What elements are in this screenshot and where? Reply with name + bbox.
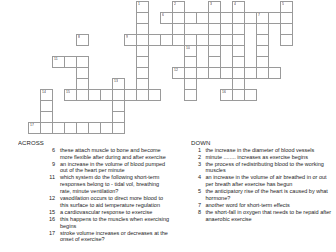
clue-number: 12: [13, 195, 60, 209]
clue-text: a cardiovascular response to exercise: [60, 209, 171, 216]
clue-text: another word for short-term effects: [206, 202, 336, 209]
down-header: DOWN: [191, 139, 336, 146]
worksheet: 1234567891011121314151617 ACROSS 6these …: [0, 0, 336, 252]
clue-text: these attach muscle to bone and become m…: [60, 147, 171, 161]
clue-text: stroke volume increases or decreases at …: [60, 229, 171, 243]
cell-number: 11: [54, 57, 58, 61]
grid-cell[interactable]: [112, 122, 125, 134]
cell-number: 8: [78, 35, 80, 39]
cell-number: 13: [114, 79, 118, 83]
grid-cell[interactable]: [244, 89, 257, 101]
cell-number: 9: [126, 35, 128, 39]
across-clue-item: 9an increase in the volume of blood pump…: [13, 160, 171, 174]
clue-text: minute ........ increases as exercise be…: [206, 153, 336, 160]
grid-cell[interactable]: [268, 67, 281, 79]
cell-number: 2: [174, 2, 176, 6]
down-clue-item: 4an increase in the volume of air breath…: [186, 174, 336, 188]
cell-number: 3: [210, 2, 212, 6]
cell-number: 4: [234, 2, 236, 6]
across-clue-list: 6these attach muscle to bone and become …: [13, 147, 171, 244]
clue-number: 11: [13, 174, 60, 195]
across-clue-item: 17stroke volume increases or decreases a…: [13, 229, 171, 243]
clue-number: 9: [13, 160, 60, 174]
clue-number: 16: [13, 215, 60, 229]
cell-number: 5: [282, 2, 284, 6]
clue-number: 6: [13, 147, 60, 161]
down-clue-item: 5the anticipatory rise of the heart is c…: [186, 188, 336, 202]
down-clue-item: 2minute ........ increases as exercise b…: [186, 153, 336, 160]
clue-number: 5: [186, 188, 206, 202]
down-clue-list: 1the increase in the diameter of blood v…: [186, 147, 336, 223]
clue-text: this happens to the muscles when exercis…: [60, 215, 171, 229]
clue-number: 17: [13, 229, 60, 243]
cell-number: 7: [258, 13, 260, 17]
cell-number: 14: [42, 90, 46, 94]
cell-number: 15: [66, 90, 70, 94]
clue-text: an increase in the volume of air breathe…: [206, 174, 336, 188]
down-clue-item: 3the process of redistributing blood to …: [186, 160, 336, 174]
clue-number: 3: [186, 160, 206, 174]
grid-cell[interactable]: [184, 89, 197, 101]
across-clue-item: 16this happens to the muscles when exerc…: [13, 215, 171, 229]
across-clue-item: 15a cardiovascular response to exercise: [13, 209, 171, 216]
clue-text: vasodilation occurs to direct more blood…: [60, 195, 171, 209]
across-clue-item: 6these attach muscle to bone and become …: [13, 147, 171, 161]
down-column: DOWN 1the increase in the diameter of bl…: [186, 139, 336, 222]
cell-number: 10: [186, 46, 190, 50]
down-clue-item: 7another word for short-term effects: [186, 202, 336, 209]
across-column: ACROSS 6these attach muscle to bone and …: [13, 139, 171, 243]
down-clue-item: 8the short-fall in oxygen that needs to …: [186, 209, 336, 223]
cell-number: 12: [174, 68, 178, 72]
across-clue-item: 12vasodilation occurs to direct more blo…: [13, 195, 171, 209]
clue-number: 7: [186, 202, 206, 209]
cell-number: 17: [30, 123, 34, 127]
cell-number: 6: [162, 13, 164, 17]
grid-cell[interactable]: 8: [76, 34, 89, 46]
clue-text: the process of redistributing blood to t…: [206, 160, 336, 174]
clue-text: the anticipatory rise of the heart is ca…: [206, 188, 336, 202]
clue-number: 2: [186, 153, 206, 160]
clue-text: the short-fall in oxygen that needs to b…: [206, 209, 336, 223]
down-clue-item: 1the increase in the diameter of blood v…: [186, 147, 336, 154]
crossword-grid: 1234567891011121314151617: [0, 0, 336, 140]
grid-cell[interactable]: [148, 89, 161, 101]
clue-number: 8: [186, 209, 206, 223]
clue-number: 4: [186, 174, 206, 188]
clue-number: 1: [186, 147, 206, 154]
clue-number: 15: [13, 209, 60, 216]
cell-number: 1: [138, 2, 140, 6]
cell-number: 16: [222, 90, 226, 94]
clue-text: the increase in the diameter of blood ve…: [206, 147, 336, 154]
across-clue-item: 11which system do the following short-te…: [13, 174, 171, 195]
clue-text: an increase in the volume of blood pumpe…: [60, 160, 171, 174]
grid-cell[interactable]: [280, 34, 293, 46]
clue-text: which system do the following short-term…: [60, 174, 171, 195]
across-header: ACROSS: [18, 139, 171, 146]
